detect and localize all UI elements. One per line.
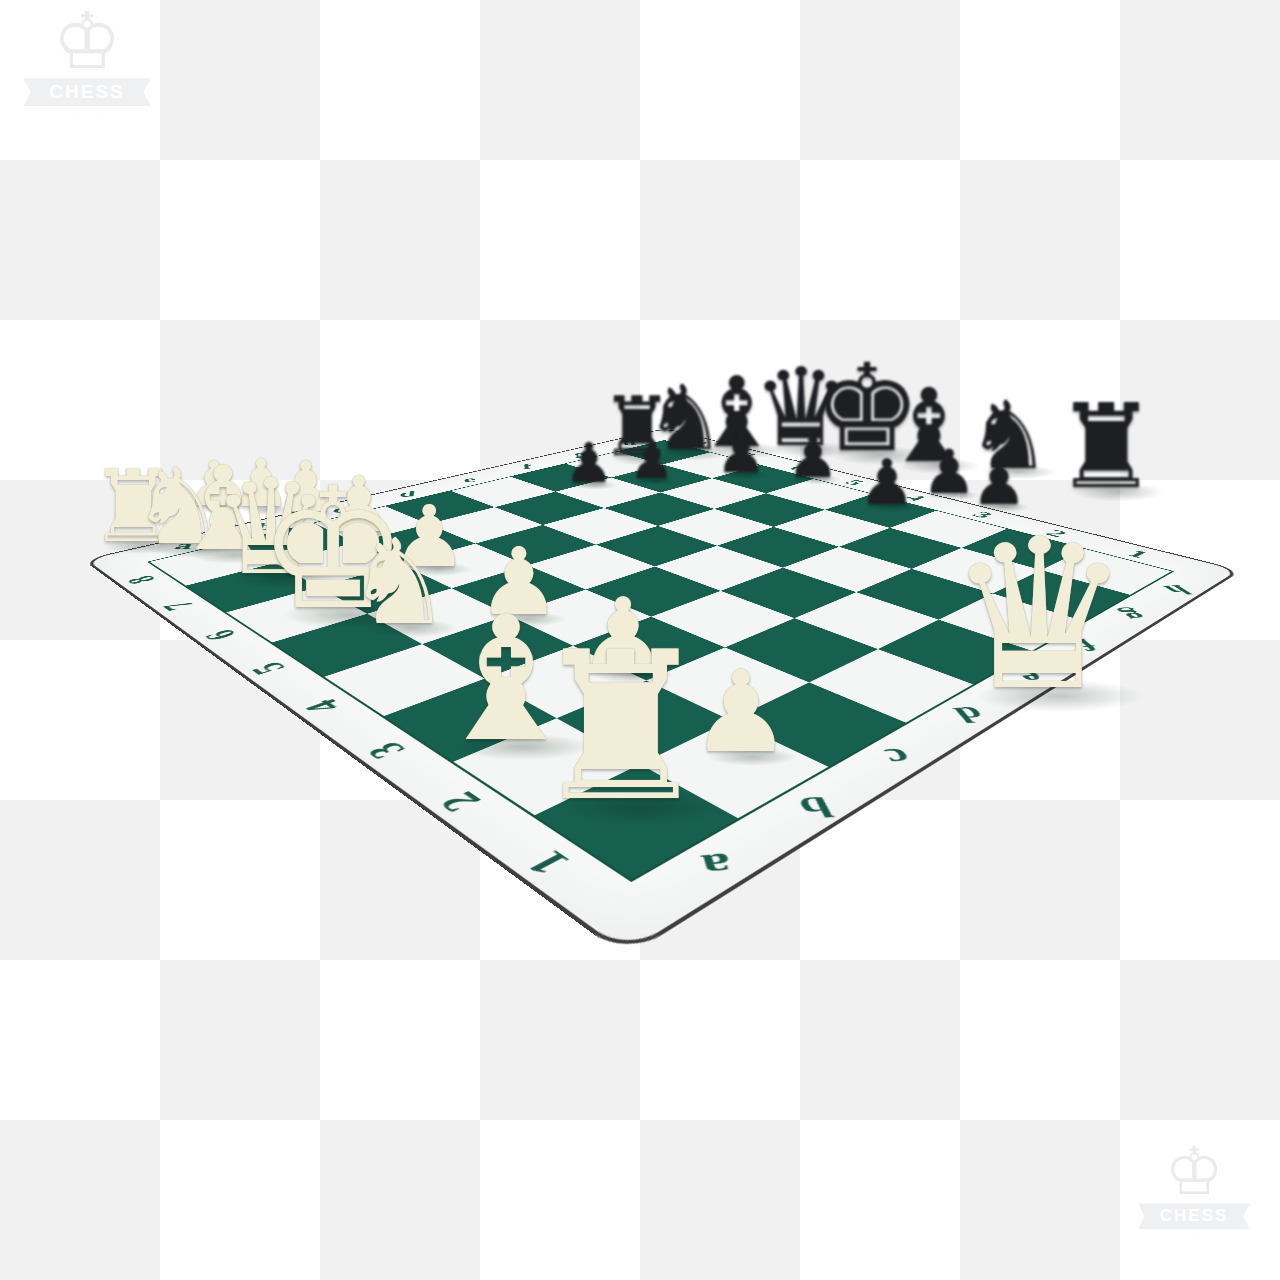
white-rook-a8: ♜ [529,625,713,830]
black-pawn-f2: ♟ [716,425,766,481]
pieces-layer: ♝♛♞♚♜♝♞♟♟♟♟♜♟♟♟♟♟♟♟♜♞♝♟♛♚♟♞♟♛♝♟♜ [0,0,1280,1280]
scene: ♔ CHESS ······· aabbccddeeffgghh88776655… [0,0,1280,1280]
logo-subtext: ······· [1128,1232,1260,1242]
black-rook-a1: ♜ [1054,388,1159,505]
black-pawn-e2: ♟ [787,428,839,486]
black-pawn-h2: ♟ [564,436,613,491]
white-queen-b2: ♛ [946,511,1132,719]
logo-ribbon: CHESS [1138,1203,1250,1229]
black-pawn-g2: ♟ [630,436,675,486]
crown-icon: ♔ [1128,1142,1260,1201]
chess-brand-logo-bottom-right: ♔ CHESS ······· [1128,1142,1260,1242]
black-pawn-d2: ♟ [859,451,915,514]
